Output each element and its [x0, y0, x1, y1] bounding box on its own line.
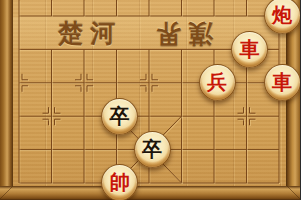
piece-red-chariot[interactable]: 車: [264, 64, 301, 101]
piece-red-general[interactable]: 帥: [101, 164, 138, 200]
piece-glyph: 車: [240, 39, 260, 59]
xiangqi-board: 楚河 漢界 炮車兵車卒卒帥: [0, 0, 300, 200]
piece-glyph: 帥: [110, 172, 130, 192]
piece-glyph: 卒: [142, 139, 162, 159]
piece-glyph: 車: [272, 72, 292, 92]
piece-red-chariot[interactable]: 車: [231, 31, 268, 68]
piece-glyph: 炮: [272, 5, 292, 25]
frame-mitre-joints: [0, 0, 300, 200]
piece-red-soldier[interactable]: 兵: [199, 64, 236, 101]
piece-black-soldier[interactable]: 卒: [134, 131, 171, 168]
piece-glyph: 卒: [110, 106, 130, 126]
piece-black-soldier[interactable]: 卒: [101, 98, 138, 135]
piece-glyph: 兵: [207, 72, 227, 92]
